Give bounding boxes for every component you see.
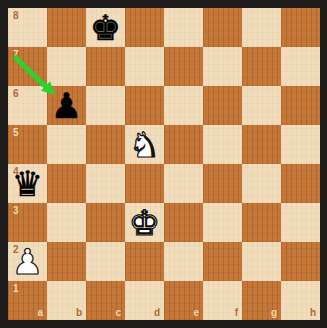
piece-white-knight[interactable]: ♞	[125, 125, 164, 164]
square-a3[interactable]: 3	[8, 203, 47, 242]
square-a5[interactable]: 5	[8, 125, 47, 164]
square-d6[interactable]	[125, 86, 164, 125]
file-label-c: c	[115, 308, 121, 318]
square-f7[interactable]	[203, 47, 242, 86]
square-a4[interactable]: 4♛	[8, 164, 47, 203]
square-f6[interactable]	[203, 86, 242, 125]
piece-white-king[interactable]: ♚	[125, 203, 164, 242]
square-a6[interactable]: 6	[8, 86, 47, 125]
square-g8[interactable]	[242, 8, 281, 47]
file-label-d: d	[154, 308, 160, 318]
square-b8[interactable]	[47, 8, 86, 47]
square-g7[interactable]	[242, 47, 281, 86]
square-g5[interactable]	[242, 125, 281, 164]
file-label-b: b	[76, 308, 82, 318]
square-a8[interactable]: 8	[8, 8, 47, 47]
square-b2[interactable]	[47, 242, 86, 281]
square-e6[interactable]	[164, 86, 203, 125]
square-d3[interactable]: ♚	[125, 203, 164, 242]
square-e1[interactable]: e	[164, 281, 203, 320]
square-c3[interactable]	[86, 203, 125, 242]
square-d8[interactable]	[125, 8, 164, 47]
square-h1[interactable]: h	[281, 281, 320, 320]
square-c4[interactable]	[86, 164, 125, 203]
square-h5[interactable]	[281, 125, 320, 164]
square-d7[interactable]	[125, 47, 164, 86]
square-c5[interactable]	[86, 125, 125, 164]
piece-black-pawn[interactable]: ♟	[47, 86, 86, 125]
square-c6[interactable]	[86, 86, 125, 125]
rank-label-6: 6	[13, 89, 19, 99]
square-h3[interactable]	[281, 203, 320, 242]
square-f1[interactable]: f	[203, 281, 242, 320]
chessboard: 8♚76♟5♞4♛3♚2♟1abcdefgh	[8, 8, 320, 320]
square-b7[interactable]	[47, 47, 86, 86]
piece-black-king[interactable]: ♚	[86, 8, 125, 47]
rank-label-7: 7	[13, 50, 19, 60]
square-b4[interactable]	[47, 164, 86, 203]
square-d2[interactable]	[125, 242, 164, 281]
square-g3[interactable]	[242, 203, 281, 242]
square-b5[interactable]	[47, 125, 86, 164]
square-h7[interactable]	[281, 47, 320, 86]
square-h4[interactable]	[281, 164, 320, 203]
square-g1[interactable]: g	[242, 281, 281, 320]
square-b1[interactable]: b	[47, 281, 86, 320]
rank-label-3: 3	[13, 206, 19, 216]
square-f5[interactable]	[203, 125, 242, 164]
square-f3[interactable]	[203, 203, 242, 242]
rank-label-5: 5	[13, 128, 19, 138]
square-d5[interactable]: ♞	[125, 125, 164, 164]
square-e7[interactable]	[164, 47, 203, 86]
piece-black-queen[interactable]: ♛	[8, 164, 47, 203]
square-f2[interactable]	[203, 242, 242, 281]
square-g6[interactable]	[242, 86, 281, 125]
file-label-e: e	[193, 308, 199, 318]
square-d1[interactable]: d	[125, 281, 164, 320]
square-c8[interactable]: ♚	[86, 8, 125, 47]
file-label-g: g	[271, 308, 277, 318]
square-c1[interactable]: c	[86, 281, 125, 320]
rank-label-1: 1	[13, 284, 19, 294]
square-a1[interactable]: 1a	[8, 281, 47, 320]
square-g4[interactable]	[242, 164, 281, 203]
square-b3[interactable]	[47, 203, 86, 242]
square-e3[interactable]	[164, 203, 203, 242]
square-e4[interactable]	[164, 164, 203, 203]
square-e8[interactable]	[164, 8, 203, 47]
square-d4[interactable]	[125, 164, 164, 203]
square-a7[interactable]: 7	[8, 47, 47, 86]
square-b6[interactable]: ♟	[47, 86, 86, 125]
square-f4[interactable]	[203, 164, 242, 203]
square-e2[interactable]	[164, 242, 203, 281]
square-a2[interactable]: 2♟	[8, 242, 47, 281]
square-h6[interactable]	[281, 86, 320, 125]
square-f8[interactable]	[203, 8, 242, 47]
file-label-a: a	[37, 308, 43, 318]
square-h8[interactable]	[281, 8, 320, 47]
file-label-f: f	[235, 308, 238, 318]
chessboard-frame: 8♚76♟5♞4♛3♚2♟1abcdefgh	[0, 0, 327, 328]
square-e5[interactable]	[164, 125, 203, 164]
square-g2[interactable]	[242, 242, 281, 281]
rank-label-8: 8	[13, 11, 19, 21]
square-c2[interactable]	[86, 242, 125, 281]
piece-white-pawn[interactable]: ♟	[8, 242, 47, 281]
square-c7[interactable]	[86, 47, 125, 86]
file-label-h: h	[310, 308, 316, 318]
square-h2[interactable]	[281, 242, 320, 281]
